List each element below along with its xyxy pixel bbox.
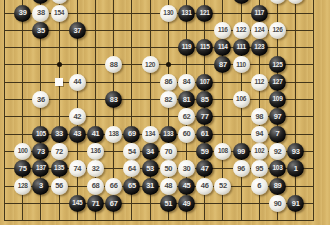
white-stone-move-88: 88 — [105, 56, 122, 73]
move-number-label: 105 — [36, 131, 46, 138]
black-stone-move-34: 34 — [142, 143, 159, 160]
move-number-label: 122 — [236, 27, 246, 34]
move-number-label: 89 — [274, 182, 282, 190]
move-number-label: 47 — [201, 165, 209, 173]
white-stone-move-110: 110 — [233, 56, 250, 73]
black-stone-move-61: 61 — [196, 126, 213, 143]
move-number-label: 93 — [292, 148, 300, 156]
grid-vertical-line — [313, 0, 314, 221]
black-stone-move-1: 1 — [287, 160, 304, 177]
move-number-label: 44 — [73, 78, 81, 86]
move-number-label: 31 — [146, 182, 154, 190]
move-number-label: 6 — [257, 182, 261, 190]
move-number-label: 35 — [37, 27, 45, 35]
white-stone-move-108: 108 — [214, 143, 231, 160]
black-stone-move-105: 105 — [32, 126, 49, 143]
black-stone-move-109: 109 — [269, 91, 286, 108]
black-stone-move-41: 41 — [87, 126, 104, 143]
move-number-label: 37 — [73, 27, 81, 35]
move-number-label: 74 — [73, 165, 81, 173]
black-stone-move-115: 115 — [196, 39, 213, 56]
black-stone-partial — [32, 0, 49, 4]
move-number-label: 103 — [273, 165, 283, 172]
black-stone-move-53: 53 — [142, 160, 159, 177]
white-stone-move-86: 86 — [160, 74, 177, 91]
white-stone-move-36: 36 — [32, 91, 49, 108]
move-number-label: 100 — [18, 148, 28, 155]
hoshi-star-point — [166, 62, 171, 67]
white-stone-move-64: 64 — [123, 160, 140, 177]
move-number-label: 30 — [183, 165, 191, 173]
move-number-label: 95 — [255, 165, 263, 173]
black-stone-move-67: 67 — [105, 195, 122, 212]
move-number-label: 135 — [54, 165, 64, 172]
white-stone-move-112: 112 — [251, 74, 268, 91]
move-number-label: 107 — [200, 79, 210, 86]
move-number-label: 49 — [183, 200, 191, 208]
white-stone-move-48: 48 — [160, 178, 177, 195]
white-stone-move-32: 32 — [87, 160, 104, 177]
black-stone-move-119: 119 — [178, 39, 195, 56]
move-number-label: 88 — [110, 61, 118, 69]
move-number-label: 75 — [19, 165, 27, 173]
move-number-label: 59 — [201, 148, 209, 156]
white-stone-move-42: 42 — [69, 108, 86, 125]
white-stone-move-60: 60 — [178, 126, 195, 143]
move-number-label: 112 — [255, 79, 265, 86]
move-number-label: 84 — [183, 78, 191, 86]
black-stone-move-97: 97 — [269, 108, 286, 125]
black-stone-move-99: 99 — [233, 143, 250, 160]
black-stone-move-131: 131 — [178, 5, 195, 22]
white-stone-move-130: 130 — [160, 5, 177, 22]
black-stone-move-31: 31 — [142, 178, 159, 195]
black-stone-move-93: 93 — [287, 143, 304, 160]
black-stone-move-33: 33 — [51, 126, 68, 143]
white-stone-move-116: 116 — [214, 22, 231, 39]
move-number-label: 48 — [164, 182, 172, 190]
white-stone-partial — [51, 0, 68, 4]
black-stone-move-103: 103 — [269, 160, 286, 177]
white-stone-move-128: 128 — [14, 178, 31, 195]
move-number-label: 91 — [292, 200, 300, 208]
move-number-label: 72 — [55, 148, 63, 156]
move-number-label: 145 — [72, 200, 82, 207]
move-number-label: 120 — [145, 62, 155, 69]
move-number-label: 52 — [219, 182, 227, 190]
move-number-label: 102 — [254, 148, 264, 155]
black-stone-move-125: 125 — [269, 56, 286, 73]
move-number-label: 65 — [128, 182, 136, 190]
black-stone-move-59: 59 — [196, 143, 213, 160]
black-stone-move-65: 65 — [123, 178, 140, 195]
white-stone-move-134: 134 — [142, 126, 159, 143]
move-number-label: 86 — [164, 78, 172, 86]
white-stone-move-106: 106 — [233, 91, 250, 108]
move-number-label: 61 — [201, 130, 209, 138]
move-number-label: 38 — [37, 9, 45, 17]
move-number-label: 110 — [236, 62, 246, 69]
grid-vertical-line — [295, 0, 296, 221]
move-number-label: 43 — [73, 130, 81, 138]
black-stone-move-117: 117 — [251, 5, 268, 22]
move-number-label: 114 — [218, 44, 228, 51]
white-stone-move-100: 100 — [14, 143, 31, 160]
move-number-label: 125 — [273, 62, 283, 69]
black-stone-move-43: 43 — [69, 126, 86, 143]
move-number-label: 70 — [164, 148, 172, 156]
move-number-label: 96 — [237, 165, 245, 173]
move-number-label: 131 — [182, 10, 192, 17]
move-number-label: 53 — [146, 165, 154, 173]
move-number-label: 137 — [36, 165, 46, 172]
white-stone-move-102: 102 — [251, 143, 268, 160]
move-number-label: 92 — [274, 148, 282, 156]
black-stone-move-39: 39 — [14, 5, 31, 22]
black-stone-move-35: 35 — [32, 22, 49, 39]
black-stone-move-123: 123 — [251, 39, 268, 56]
black-stone-move-83: 83 — [105, 91, 122, 108]
move-number-label: 77 — [201, 113, 209, 121]
move-number-label: 117 — [255, 10, 265, 17]
black-stone-move-133: 133 — [160, 126, 177, 143]
white-stone-move-138: 138 — [105, 126, 122, 143]
move-number-label: 54 — [128, 148, 136, 156]
move-number-label: 60 — [183, 130, 191, 138]
black-stone-move-37: 37 — [69, 22, 86, 39]
move-number-label: 81 — [183, 96, 191, 104]
grid-horizontal-line — [4, 30, 314, 31]
black-stone-move-45: 45 — [178, 178, 195, 195]
move-number-label: 115 — [200, 44, 210, 51]
move-number-label: 62 — [183, 113, 191, 121]
white-stone-move-94: 94 — [251, 126, 268, 143]
black-stone-move-47: 47 — [196, 160, 213, 177]
black-stone-move-145: 145 — [69, 195, 86, 212]
move-number-label: 123 — [254, 44, 264, 51]
move-number-label: 73 — [37, 148, 45, 156]
white-stone-move-154: 154 — [51, 5, 68, 22]
black-stone-move-3: 3 — [32, 178, 49, 195]
black-stone-move-137: 137 — [32, 160, 49, 177]
move-number-label: 68 — [92, 182, 100, 190]
go-board[interactable]: 3938154130131121117353711612212412611911… — [0, 0, 330, 225]
white-stone-move-56: 56 — [51, 178, 68, 195]
black-stone-move-69: 69 — [123, 126, 140, 143]
hoshi-star-point — [57, 62, 62, 67]
move-number-label: 133 — [163, 131, 173, 138]
white-stone-move-38: 38 — [32, 5, 49, 22]
black-stone-partial — [233, 0, 250, 4]
move-number-label: 128 — [18, 183, 28, 190]
white-stone-move-84: 84 — [178, 74, 195, 91]
move-number-label: 108 — [218, 148, 228, 155]
black-stone-move-87: 87 — [214, 56, 231, 73]
black-stone-move-114: 114 — [214, 39, 231, 56]
move-number-label: 97 — [274, 113, 282, 121]
move-number-label: 116 — [218, 27, 228, 34]
white-stone-move-44: 44 — [69, 74, 86, 91]
white-stone-move-126: 126 — [269, 22, 286, 39]
white-stone-move-120: 120 — [142, 56, 159, 73]
white-stone-move-98: 98 — [251, 108, 268, 125]
move-number-label: 1 — [294, 165, 298, 173]
white-stone-move-92: 92 — [269, 143, 286, 160]
move-number-label: 106 — [236, 96, 246, 103]
black-stone-move-121: 121 — [196, 5, 213, 22]
move-number-label: 124 — [254, 27, 264, 34]
white-stone-move-95: 95 — [251, 160, 268, 177]
move-number-label: 138 — [109, 131, 119, 138]
white-stone-move-136: 136 — [87, 143, 104, 160]
white-stone-move-68: 68 — [87, 178, 104, 195]
black-stone-move-81: 81 — [178, 91, 195, 108]
move-number-label: 134 — [145, 131, 155, 138]
move-number-label: 83 — [110, 96, 118, 104]
white-square-marker — [55, 78, 63, 86]
white-stone-move-74: 74 — [69, 160, 86, 177]
black-stone-move-91: 91 — [287, 195, 304, 212]
move-number-label: 85 — [201, 96, 209, 104]
white-stone-move-124: 124 — [251, 22, 268, 39]
white-stone-move-122: 122 — [233, 22, 250, 39]
black-stone-move-51: 51 — [160, 195, 177, 212]
move-number-label: 56 — [55, 182, 63, 190]
white-stone-move-46: 46 — [196, 178, 213, 195]
move-number-label: 136 — [91, 148, 101, 155]
black-stone-move-77: 77 — [196, 108, 213, 125]
move-number-label: 127 — [273, 79, 283, 86]
move-number-label: 50 — [164, 165, 172, 173]
black-stone-move-135: 135 — [51, 160, 68, 177]
move-number-label: 67 — [110, 200, 118, 208]
white-stone-partial — [287, 0, 304, 4]
move-number-label: 42 — [73, 113, 81, 121]
move-number-label: 66 — [110, 182, 118, 190]
move-number-label: 51 — [164, 200, 172, 208]
grid-horizontal-line — [4, 47, 314, 48]
white-stone-move-54: 54 — [123, 143, 140, 160]
grid-vertical-line — [4, 0, 5, 221]
grid-horizontal-line — [4, 220, 314, 221]
black-stone-move-107: 107 — [196, 74, 213, 91]
move-number-label: 33 — [55, 130, 63, 138]
white-stone-move-30: 30 — [178, 160, 195, 177]
white-stone-move-50: 50 — [160, 160, 177, 177]
grid-horizontal-line — [4, 116, 314, 117]
move-number-label: 7 — [276, 130, 280, 138]
move-number-label: 98 — [255, 113, 263, 121]
black-stone-move-75: 75 — [14, 160, 31, 177]
white-stone-move-96: 96 — [233, 160, 250, 177]
move-number-label: 130 — [163, 10, 173, 17]
move-number-label: 64 — [128, 165, 136, 173]
white-stone-move-52: 52 — [214, 178, 231, 195]
move-number-label: 90 — [274, 200, 282, 208]
white-stone-move-82: 82 — [160, 91, 177, 108]
move-number-label: 32 — [92, 165, 100, 173]
move-number-label: 45 — [183, 182, 191, 190]
move-number-label: 94 — [255, 130, 263, 138]
black-stone-move-127: 127 — [269, 74, 286, 91]
grid-horizontal-line — [4, 64, 314, 65]
black-stone-move-73: 73 — [32, 143, 49, 160]
move-number-label: 3 — [39, 182, 43, 190]
move-number-label: 111 — [236, 44, 245, 51]
white-stone-move-62: 62 — [178, 108, 195, 125]
move-number-label: 154 — [54, 10, 64, 17]
move-number-label: 87 — [219, 61, 227, 69]
move-number-label: 41 — [92, 130, 100, 138]
black-stone-move-111: 111 — [233, 39, 250, 56]
white-stone-move-70: 70 — [160, 143, 177, 160]
black-stone-move-7: 7 — [269, 126, 286, 143]
move-number-label: 69 — [128, 130, 136, 138]
move-number-label: 46 — [201, 182, 209, 190]
move-number-label: 39 — [19, 9, 27, 17]
black-stone-move-89: 89 — [269, 178, 286, 195]
move-number-label: 121 — [200, 10, 210, 17]
move-number-label: 109 — [273, 96, 283, 103]
move-number-label: 34 — [146, 148, 154, 156]
white-stone-move-6: 6 — [251, 178, 268, 195]
white-stone-move-66: 66 — [105, 178, 122, 195]
black-stone-move-85: 85 — [196, 91, 213, 108]
white-stone-move-90: 90 — [269, 195, 286, 212]
black-stone-move-49: 49 — [178, 195, 195, 212]
white-stone-partial — [269, 0, 286, 4]
move-number-label: 82 — [164, 96, 172, 104]
black-stone-move-71: 71 — [87, 195, 104, 212]
move-number-label: 119 — [182, 44, 192, 51]
move-number-label: 71 — [92, 200, 100, 208]
move-number-label: 99 — [237, 148, 245, 156]
move-number-label: 126 — [273, 27, 283, 34]
move-number-label: 36 — [37, 96, 45, 104]
white-stone-move-72: 72 — [51, 143, 68, 160]
